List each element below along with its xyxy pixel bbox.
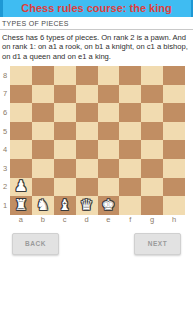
square-h4 [163,140,185,159]
rank-label-8: 8 [0,66,10,85]
file-label-d: d [76,215,98,225]
square-e1: ♚ [98,196,120,215]
square-c6 [54,103,76,122]
square-h1 [163,196,185,215]
square-f6 [119,103,141,122]
square-a6 [10,103,32,122]
page-title: Chess rules course: the king [21,0,171,17]
square-d8 [76,66,98,85]
file-labels: abcdefgh [10,215,185,225]
lesson-text: Chess has 6 types of pieces. On rank 2 i… [2,33,191,61]
square-h8 [163,66,185,85]
rank-labels: 87654321 [0,66,10,215]
square-c2 [54,178,76,197]
file-label-a: a [10,215,32,225]
square-g1 [141,196,163,215]
square-e2 [98,178,120,197]
square-b4 [32,140,54,159]
square-f1 [119,196,141,215]
square-d6 [76,103,98,122]
square-d4 [76,140,98,159]
square-h2 [163,178,185,197]
file-label-h: h [163,215,185,225]
square-a8 [10,66,32,85]
square-e4 [98,140,120,159]
square-a4 [10,140,32,159]
square-a7 [10,85,32,104]
square-f2 [119,178,141,197]
square-a1: ♜ [10,196,32,215]
square-c4 [54,140,76,159]
app-header: Chess rules course: the king [0,0,193,17]
piece-wQ: ♛ [80,198,93,213]
rank-label-7: 7 [0,85,10,104]
square-e8 [98,66,120,85]
square-e3 [98,159,120,178]
board-grid: ♟♜♞♝♛♚ [10,66,185,215]
section-title: TYPES OF PIECES [0,17,193,30]
square-d2 [76,178,98,197]
square-h6 [163,103,185,122]
piece-wN: ♞ [36,198,49,213]
file-label-f: f [119,215,141,225]
file-label-b: b [32,215,54,225]
square-c5 [54,122,76,141]
square-g4 [141,140,163,159]
square-b6 [32,103,54,122]
square-c1: ♝ [54,196,76,215]
square-d3 [76,159,98,178]
square-b1: ♞ [32,196,54,215]
rank-label-6: 6 [0,103,10,122]
square-c3 [54,159,76,178]
square-c7 [54,85,76,104]
piece-wR: ♜ [14,198,27,213]
square-h7 [163,85,185,104]
square-b2 [32,178,54,197]
square-c8 [54,66,76,85]
square-a5 [10,122,32,141]
square-g3 [141,159,163,178]
piece-wB: ♝ [58,198,71,213]
square-e6 [98,103,120,122]
square-h3 [163,159,185,178]
back-button[interactable]: BACK [12,233,59,255]
square-g6 [141,103,163,122]
square-g7 [141,85,163,104]
square-e5 [98,122,120,141]
square-h5 [163,122,185,141]
rank-label-2: 2 [0,178,10,197]
square-g8 [141,66,163,85]
square-f5 [119,122,141,141]
file-label-e: e [98,215,120,225]
square-b8 [32,66,54,85]
square-d7 [76,85,98,104]
piece-wK: ♚ [102,198,115,213]
piece-wP: ♟ [14,179,27,194]
file-label-c: c [54,215,76,225]
chess-board: 87654321 ♟♜♞♝♛♚ abcdefgh [0,66,193,225]
rank-label-1: 1 [0,196,10,215]
square-g5 [141,122,163,141]
square-f8 [119,66,141,85]
rank-label-4: 4 [0,140,10,159]
square-f7 [119,85,141,104]
rank-label-5: 5 [0,122,10,141]
nav-footer: BACK NEXT [0,233,193,255]
square-f3 [119,159,141,178]
square-f4 [119,140,141,159]
square-d5 [76,122,98,141]
square-a2: ♟ [10,178,32,197]
square-b5 [32,122,54,141]
file-label-g: g [141,215,163,225]
rank-label-3: 3 [0,159,10,178]
square-d1: ♛ [76,196,98,215]
next-button[interactable]: NEXT [134,233,181,255]
square-b7 [32,85,54,104]
square-b3 [32,159,54,178]
square-e7 [98,85,120,104]
square-g2 [141,178,163,197]
square-a3 [10,159,32,178]
